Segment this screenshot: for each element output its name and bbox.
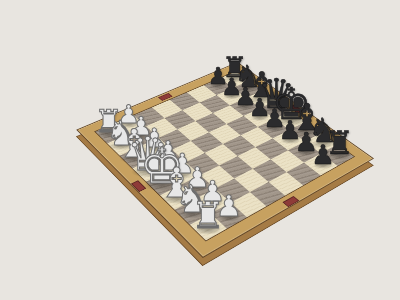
board-grid <box>94 71 355 242</box>
chess-board <box>76 62 374 258</box>
render-viewport: ♜♞♝♛♚♝♞♜♟♟♟♟♟♟♟♟♟♟♟♟♟♟♟♟♜♞♝♛♚♝♞♜ <box>0 0 400 300</box>
camera-roll <box>0 0 400 300</box>
